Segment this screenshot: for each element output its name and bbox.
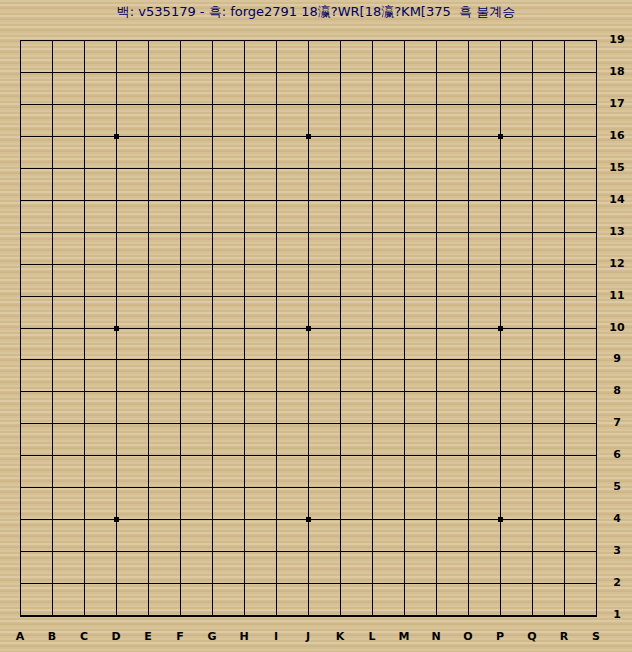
grid-line-vertical	[468, 40, 469, 617]
star-point	[114, 326, 119, 331]
row-label: 5	[604, 481, 630, 493]
row-label: 14	[604, 194, 630, 206]
row-label: 19	[604, 34, 630, 46]
row-label: 12	[604, 258, 630, 270]
row-label: 2	[604, 577, 630, 589]
col-label: N	[426, 631, 446, 643]
row-label: 15	[604, 162, 630, 174]
row-label: 10	[604, 322, 630, 334]
go-board[interactable]: 19181716151413121110987654321 ABCDEFGHIJ…	[0, 0, 632, 652]
go-client-window: 백: v535179 - 흑: forge2791 18瀛?WR[18瀛?KM[…	[0, 0, 632, 652]
star-point	[306, 517, 311, 522]
grid-line-vertical	[596, 40, 597, 617]
col-label: A	[10, 631, 30, 643]
row-label: 11	[604, 290, 630, 302]
row-label: 7	[604, 417, 630, 429]
star-point	[114, 517, 119, 522]
col-label: M	[394, 631, 414, 643]
col-label: H	[234, 631, 254, 643]
star-point	[306, 326, 311, 331]
row-label: 16	[604, 130, 630, 142]
star-point	[498, 517, 503, 522]
grid-line-horizontal	[20, 487, 597, 488]
col-label: I	[266, 631, 286, 643]
col-label: P	[490, 631, 510, 643]
row-label: 6	[604, 449, 630, 461]
star-point	[498, 134, 503, 139]
col-label: O	[458, 631, 478, 643]
col-label: L	[362, 631, 382, 643]
grid-line-vertical	[372, 40, 373, 617]
row-label: 3	[604, 545, 630, 557]
grid-line-horizontal	[20, 455, 597, 456]
row-label: 18	[604, 66, 630, 78]
col-label: J	[298, 631, 318, 643]
grid-line-vertical	[340, 40, 341, 617]
row-label: 4	[604, 513, 630, 525]
grid-line-horizontal	[20, 423, 597, 424]
col-label: S	[586, 631, 606, 643]
grid-line-vertical	[404, 40, 405, 617]
grid-line-horizontal	[20, 391, 597, 392]
row-label: 8	[604, 385, 630, 397]
col-label: B	[42, 631, 62, 643]
grid-line-horizontal	[20, 583, 597, 584]
grid-line-vertical	[564, 40, 565, 617]
col-label: D	[106, 631, 126, 643]
star-point	[114, 134, 119, 139]
col-label: E	[138, 631, 158, 643]
grid-line-horizontal	[20, 359, 597, 360]
row-label: 13	[604, 226, 630, 238]
row-label: 9	[604, 353, 630, 365]
row-label: 1	[604, 609, 630, 621]
col-label: R	[554, 631, 574, 643]
col-label: G	[202, 631, 222, 643]
col-label: C	[74, 631, 94, 643]
star-point	[498, 326, 503, 331]
col-label: Q	[522, 631, 542, 643]
col-label: K	[330, 631, 350, 643]
star-point	[306, 134, 311, 139]
grid-line-vertical	[436, 40, 437, 617]
col-label: F	[170, 631, 190, 643]
grid-line-horizontal	[20, 615, 597, 617]
row-label: 17	[604, 98, 630, 110]
grid-line-horizontal	[20, 551, 597, 552]
grid-line-vertical	[532, 40, 533, 617]
